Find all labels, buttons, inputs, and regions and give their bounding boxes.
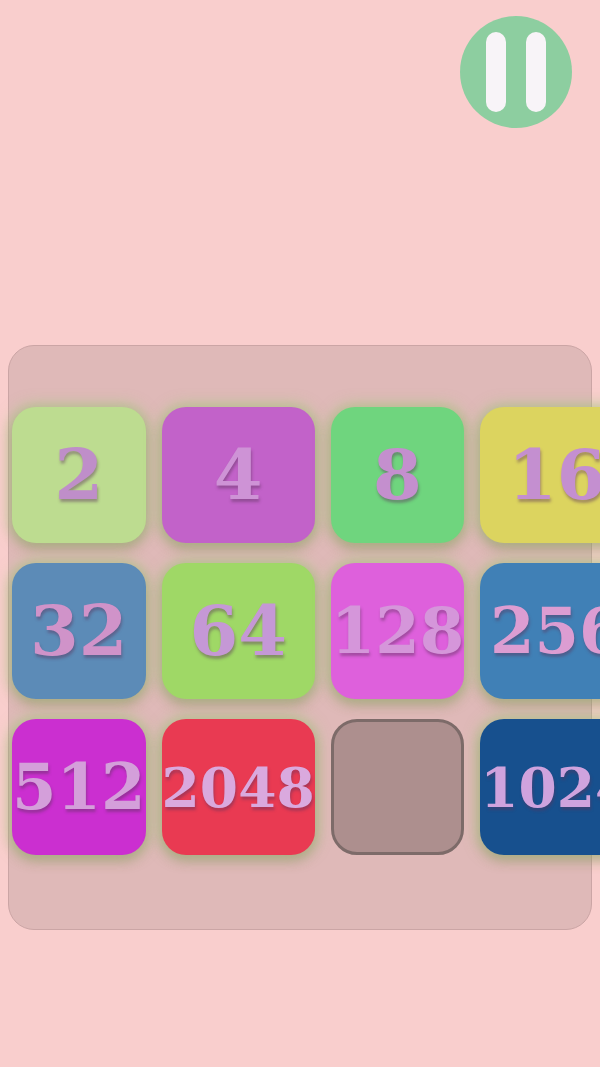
- empty-cell: [331, 719, 465, 855]
- tile-64: 64: [162, 563, 315, 699]
- tile-2: 2: [12, 407, 146, 543]
- tile-128: 128: [331, 563, 465, 699]
- pause-button[interactable]: [460, 16, 572, 128]
- pause-icon: [526, 32, 546, 112]
- tile-grid: 24816326412825651220481024: [12, 407, 588, 855]
- tile-1024: 1024: [480, 719, 600, 855]
- tile-256: 256: [480, 563, 600, 699]
- tile-8: 8: [331, 407, 465, 543]
- pause-icon: [486, 32, 506, 112]
- tile-4: 4: [162, 407, 315, 543]
- tile-512: 512: [12, 719, 146, 855]
- tile-32: 32: [12, 563, 146, 699]
- tile-2048: 2048: [162, 719, 315, 855]
- tile-16: 16: [480, 407, 600, 543]
- game-board[interactable]: 24816326412825651220481024: [8, 345, 592, 930]
